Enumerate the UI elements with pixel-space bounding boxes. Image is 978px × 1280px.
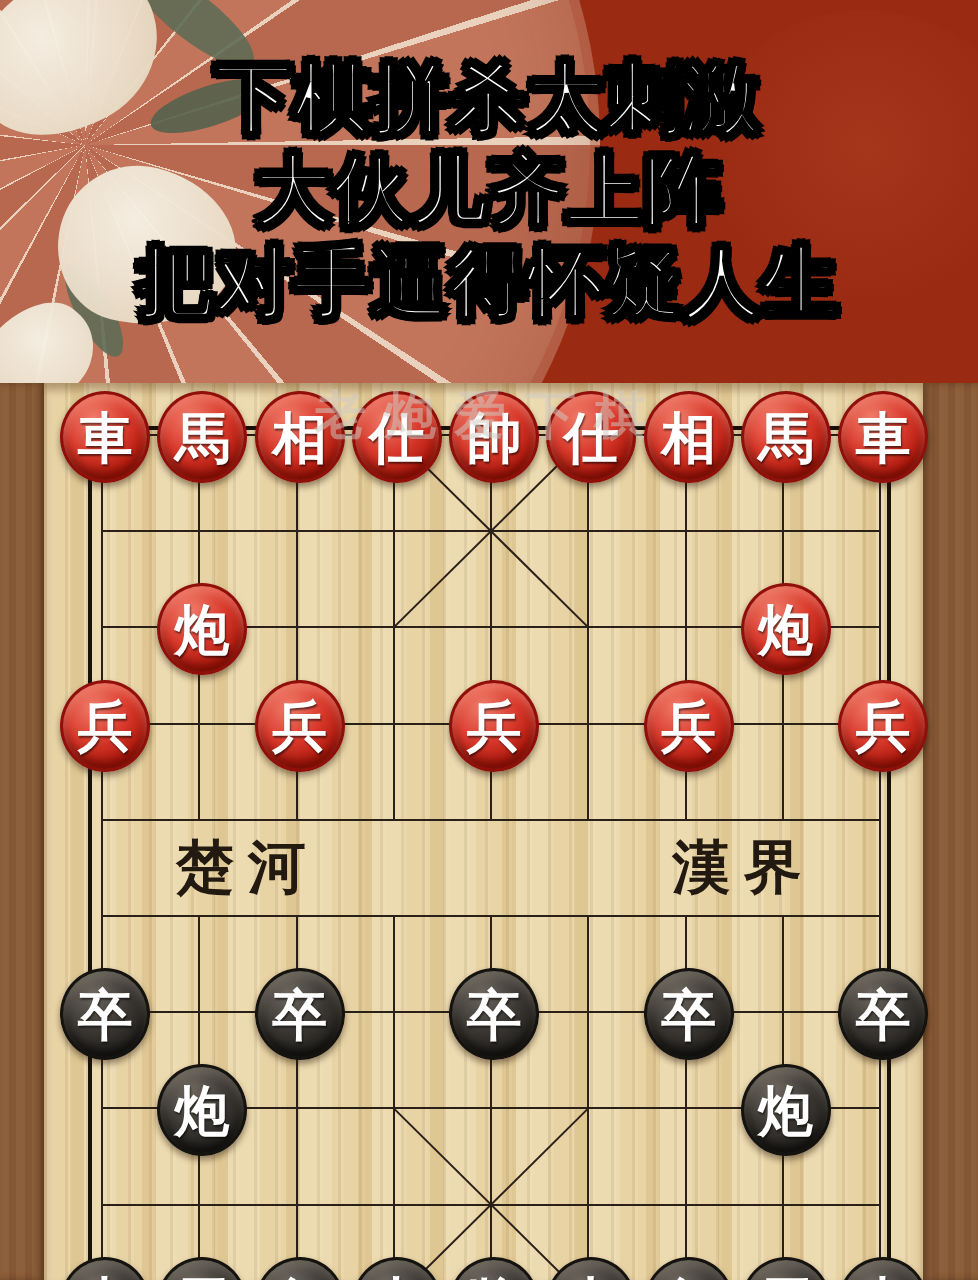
piece-glyph: 車 [78,410,133,465]
banner: 下棋拼杀太刺激 大伙儿齐上阵 把对手逼得怀疑人生 [0,0,978,383]
piece-glyph: 帥 [467,410,522,465]
screenshot-root: 下棋拼杀太刺激 大伙儿齐上阵 把对手逼得怀疑人生 楚河 漢界 車馬相仕帥仕相馬車… [0,0,978,1280]
piece-glyph: 馬 [758,410,813,465]
piece-red-elephant[interactable]: 相 [644,391,734,483]
piece-glyph: 兵 [272,698,327,753]
banner-line-1: 下棋拼杀太刺激 [0,52,978,144]
piece-glyph: 卒 [661,987,716,1042]
piece-glyph: 炮 [175,1083,230,1138]
piece-glyph: 卒 [856,987,911,1042]
piece-glyph: 卒 [78,987,133,1042]
piece-red-advisor[interactable]: 仕 [546,391,636,483]
piece-glyph: 馬 [175,410,230,465]
piece-glyph: 兵 [467,698,522,753]
board-wood-surface: 楚河 漢界 車馬相仕帥仕相馬車炮炮兵兵兵兵兵卒卒卒卒卒炮炮車馬象士將士象馬車 [44,383,923,1280]
piece-glyph: 相 [661,410,716,465]
piece-black-soldier[interactable]: 卒 [838,968,928,1060]
piece-red-soldier[interactable]: 兵 [449,680,539,772]
piece-glyph: 炮 [758,1083,813,1138]
board-left-edge [0,383,44,1280]
piece-glyph: 炮 [758,602,813,657]
piece-red-cannon[interactable]: 炮 [157,583,247,675]
piece-black-soldier[interactable]: 卒 [644,968,734,1060]
piece-glyph: 馬 [175,1275,230,1280]
piece-glyph: 卒 [467,987,522,1042]
piece-glyph: 相 [272,410,327,465]
piece-red-general[interactable]: 帥 [449,391,539,483]
piece-black-cannon[interactable]: 炮 [157,1064,247,1156]
piece-black-soldier[interactable]: 卒 [255,968,345,1060]
piece-red-chariot[interactable]: 車 [60,391,150,483]
piece-glyph: 馬 [758,1275,813,1280]
piece-glyph: 象 [661,1275,716,1280]
piece-glyph: 士 [564,1275,619,1280]
piece-glyph: 炮 [175,602,230,657]
piece-red-cannon[interactable]: 炮 [741,583,831,675]
piece-glyph: 象 [272,1275,327,1280]
piece-glyph: 車 [78,1275,133,1280]
piece-glyph: 車 [856,1275,911,1280]
piece-glyph: 兵 [78,698,133,753]
banner-line-2: 大伙儿齐上阵 [0,144,978,236]
piece-red-soldier[interactable]: 兵 [60,680,150,772]
piece-red-soldier[interactable]: 兵 [838,680,928,772]
piece-glyph: 車 [856,410,911,465]
piece-red-soldier[interactable]: 兵 [644,680,734,772]
piece-red-soldier[interactable]: 兵 [255,680,345,772]
piece-glyph: 兵 [856,698,911,753]
piece-black-cannon[interactable]: 炮 [741,1064,831,1156]
board-grid[interactable]: 楚河 漢界 車馬相仕帥仕相馬車炮炮兵兵兵兵兵卒卒卒卒卒炮炮車馬象士將士象馬車 [102,435,880,1280]
piece-red-elephant[interactable]: 相 [255,391,345,483]
banner-titles: 下棋拼杀太刺激 大伙儿齐上阵 把对手逼得怀疑人生 [0,52,978,328]
banner-line-3: 把对手逼得怀疑人生 [0,236,978,328]
piece-red-horse[interactable]: 馬 [157,391,247,483]
palace-diagonals [102,435,880,1280]
xiangqi-board: 楚河 漢界 車馬相仕帥仕相馬車炮炮兵兵兵兵兵卒卒卒卒卒炮炮車馬象士將士象馬車 [0,383,978,1280]
piece-glyph: 卒 [272,987,327,1042]
piece-red-horse[interactable]: 馬 [741,391,831,483]
piece-red-advisor[interactable]: 仕 [352,391,442,483]
piece-glyph: 仕 [369,410,424,465]
piece-black-soldier[interactable]: 卒 [60,968,150,1060]
piece-red-chariot[interactable]: 車 [838,391,928,483]
piece-glyph: 將 [467,1275,522,1280]
piece-glyph: 兵 [661,698,716,753]
piece-glyph: 仕 [564,410,619,465]
piece-glyph: 士 [369,1275,424,1280]
board-right-edge [923,383,978,1280]
piece-black-soldier[interactable]: 卒 [449,968,539,1060]
